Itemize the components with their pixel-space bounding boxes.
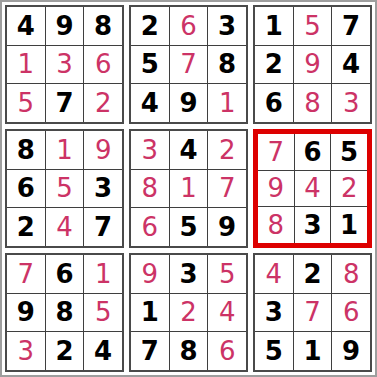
cell-digit: 8 — [218, 51, 236, 77]
sudoku-cell-r3c8[interactable]: 8 — [294, 84, 332, 122]
sudoku-cell-r4c4[interactable]: 3 — [131, 131, 169, 169]
sudoku-cell-r9c2[interactable]: 2 — [46, 332, 84, 370]
sudoku-box-r2c1: 935124786 — [129, 253, 248, 372]
cell-digit: 7 — [342, 13, 360, 39]
sudoku-cell-r8c9[interactable]: 6 — [332, 294, 370, 332]
sudoku-cell-r8c5[interactable]: 2 — [170, 294, 208, 332]
sudoku-cell-r7c5[interactable]: 3 — [170, 255, 208, 293]
cell-digit: 2 — [55, 338, 73, 364]
cell-digit: 8 — [55, 299, 73, 325]
sudoku-cell-r1c3[interactable]: 8 — [84, 7, 122, 45]
cell-digit: 4 — [56, 214, 73, 240]
sudoku-cell-r1c4[interactable]: 2 — [131, 7, 169, 45]
sudoku-cell-r2c6[interactable]: 8 — [208, 46, 246, 84]
sudoku-cell-r5c7[interactable]: 9 — [258, 171, 294, 207]
cell-digit: 7 — [304, 299, 321, 325]
sudoku-cell-r5c9[interactable]: 2 — [331, 171, 367, 207]
sudoku-cell-r3c3[interactable]: 2 — [84, 84, 122, 122]
cell-digit: 2 — [17, 214, 35, 240]
cell-digit: 3 — [343, 90, 360, 116]
sudoku-cell-r8c3[interactable]: 5 — [84, 294, 122, 332]
sudoku-cell-r9c3[interactable]: 4 — [84, 332, 122, 370]
sudoku-cell-r5c8[interactable]: 4 — [295, 171, 331, 207]
cell-digit: 5 — [265, 338, 283, 364]
sudoku-cell-r8c7[interactable]: 3 — [255, 294, 293, 332]
sudoku-cell-r3c4[interactable]: 4 — [131, 84, 169, 122]
sudoku-cell-r2c3[interactable]: 6 — [84, 46, 122, 84]
cell-digit: 6 — [303, 139, 321, 165]
sudoku-cell-r5c5[interactable]: 1 — [170, 170, 208, 208]
cell-digit: 2 — [141, 13, 159, 39]
cell-digit: 8 — [17, 137, 35, 163]
cell-digit: 6 — [17, 175, 35, 201]
cell-digit: 1 — [18, 51, 35, 77]
cell-digit: 8 — [142, 175, 159, 201]
cell-digit: 9 — [268, 175, 285, 201]
cell-digit: 6 — [55, 261, 73, 287]
cell-digit: 2 — [180, 299, 197, 325]
cell-digit: 5 — [340, 139, 358, 165]
sudoku-box-r1c0: 819653247 — [5, 129, 124, 248]
cell-digit: 5 — [179, 214, 197, 240]
cell-digit: 1 — [180, 175, 197, 201]
cell-digit: 2 — [95, 90, 112, 116]
cell-digit: 4 — [219, 299, 236, 325]
sudoku-cell-r7c7[interactable]: 4 — [255, 255, 293, 293]
sudoku-cell-r6c4[interactable]: 6 — [131, 208, 169, 246]
cell-digit: 4 — [266, 261, 283, 287]
cell-digit: 3 — [142, 137, 159, 163]
cell-digit: 2 — [219, 137, 236, 163]
cell-digit: 7 — [219, 175, 236, 201]
sudoku-cell-r6c1[interactable]: 2 — [7, 208, 45, 246]
sudoku-cell-r7c2[interactable]: 6 — [46, 255, 84, 293]
cell-digit: 6 — [265, 90, 283, 116]
cell-digit: 4 — [179, 137, 197, 163]
cell-digit: 7 — [268, 139, 285, 165]
cell-digit: 8 — [94, 13, 112, 39]
sudoku-cell-r1c8[interactable]: 5 — [294, 7, 332, 45]
sudoku-cell-r6c5[interactable]: 5 — [170, 208, 208, 246]
sudoku-cell-r4c3[interactable]: 9 — [84, 131, 122, 169]
sudoku-box-r2c0: 761985324 — [5, 253, 124, 372]
sudoku-cell-r5c4[interactable]: 8 — [131, 170, 169, 208]
sudoku-cell-r5c6[interactable]: 7 — [208, 170, 246, 208]
cell-digit: 9 — [179, 90, 197, 116]
sudoku-cell-r3c6[interactable]: 1 — [208, 84, 246, 122]
sudoku-cell-r6c7[interactable]: 8 — [258, 207, 294, 243]
sudoku-cell-r7c1[interactable]: 7 — [7, 255, 45, 293]
cell-digit: 2 — [265, 51, 283, 77]
cell-digit: 1 — [56, 137, 73, 163]
sudoku-cell-r3c9[interactable]: 3 — [332, 84, 370, 122]
cell-digit: 6 — [142, 214, 159, 240]
cell-digit: 3 — [56, 51, 73, 77]
sudoku-cell-r6c3[interactable]: 7 — [84, 208, 122, 246]
sudoku-cell-r6c2[interactable]: 4 — [46, 208, 84, 246]
cell-digit: 6 — [180, 13, 197, 39]
sudoku-cell-r9c8[interactable]: 1 — [294, 332, 332, 370]
sudoku-cell-r4c2[interactable]: 1 — [46, 131, 84, 169]
cell-digit: 5 — [304, 13, 321, 39]
sudoku-cell-r7c6[interactable]: 5 — [208, 255, 246, 293]
sudoku-cell-r4c5[interactable]: 4 — [170, 131, 208, 169]
sudoku-cell-r8c2[interactable]: 8 — [46, 294, 84, 332]
sudoku-cell-r9c4[interactable]: 7 — [131, 332, 169, 370]
sudoku-cell-r6c9[interactable]: 1 — [331, 207, 367, 243]
cell-digit: 4 — [342, 51, 360, 77]
cell-digit: 3 — [265, 299, 283, 325]
cell-digit: 1 — [340, 212, 358, 238]
sudoku-box-r0c0: 498136572 — [5, 5, 124, 124]
sudoku-cell-r3c7[interactable]: 6 — [255, 84, 293, 122]
cell-digit: 5 — [141, 51, 159, 77]
cell-digit: 6 — [219, 338, 236, 364]
cell-digit: 5 — [219, 261, 236, 287]
sudoku-cell-r1c7[interactable]: 1 — [255, 7, 293, 45]
cell-digit: 5 — [56, 175, 73, 201]
sudoku-box-r0c1: 263578491 — [129, 5, 248, 124]
cell-digit: 7 — [141, 338, 159, 364]
sudoku-cell-r1c6[interactable]: 3 — [208, 7, 246, 45]
sudoku-cell-r4c9[interactable]: 5 — [331, 134, 367, 170]
sudoku-cell-r3c5[interactable]: 9 — [170, 84, 208, 122]
sudoku-cell-r8c1[interactable]: 9 — [7, 294, 45, 332]
sudoku-cell-r8c4[interactable]: 1 — [131, 294, 169, 332]
sudoku-cell-r6c6[interactable]: 9 — [208, 208, 246, 246]
sudoku-cell-r7c9[interactable]: 8 — [332, 255, 370, 293]
sudoku-cell-r3c1[interactable]: 5 — [7, 84, 45, 122]
sudoku-cell-r3c2[interactable]: 7 — [46, 84, 84, 122]
sudoku-cell-r5c3[interactable]: 3 — [84, 170, 122, 208]
sudoku-cell-r9c1[interactable]: 3 — [7, 332, 45, 370]
sudoku-cell-r2c1[interactable]: 1 — [7, 46, 45, 84]
cell-digit: 5 — [95, 299, 112, 325]
cell-digit: 9 — [17, 299, 35, 325]
cell-digit: 1 — [303, 338, 321, 364]
cell-digit: 5 — [18, 90, 35, 116]
sudoku-cell-r5c1[interactable]: 6 — [7, 170, 45, 208]
cell-digit: 9 — [55, 13, 73, 39]
cell-digit: 9 — [142, 261, 159, 287]
cell-digit: 7 — [180, 51, 197, 77]
sudoku-box-r0c2: 157294683 — [253, 5, 372, 124]
cell-digit: 3 — [94, 175, 112, 201]
sudoku-cell-r7c8[interactable]: 2 — [294, 255, 332, 293]
cell-digit: 3 — [18, 338, 35, 364]
cell-digit: 2 — [303, 261, 321, 287]
sudoku-cell-r4c7[interactable]: 7 — [258, 134, 294, 170]
cell-digit: 4 — [94, 338, 112, 364]
sudoku-cell-r1c2[interactable]: 9 — [46, 7, 84, 45]
cell-digit: 9 — [95, 137, 112, 163]
sudoku-cell-r2c9[interactable]: 4 — [332, 46, 370, 84]
cell-digit: 1 — [141, 299, 159, 325]
cell-digit: 4 — [141, 90, 159, 116]
cell-digit: 3 — [218, 13, 236, 39]
cell-digit: 2 — [341, 175, 358, 201]
sudoku-cell-r9c5[interactable]: 8 — [170, 332, 208, 370]
cell-digit: 8 — [304, 90, 321, 116]
sudoku-cell-r2c5[interactable]: 7 — [170, 46, 208, 84]
sudoku-cell-r4c1[interactable]: 8 — [7, 131, 45, 169]
sudoku-cell-r7c3[interactable]: 1 — [84, 255, 122, 293]
cell-digit: 8 — [343, 261, 360, 287]
sudoku-cell-r2c4[interactable]: 5 — [131, 46, 169, 84]
sudoku-cell-r9c7[interactable]: 5 — [255, 332, 293, 370]
sudoku-cell-r2c2[interactable]: 3 — [46, 46, 84, 84]
cell-digit: 4 — [304, 175, 321, 201]
cell-digit: 9 — [342, 338, 360, 364]
cell-digit: 1 — [265, 13, 283, 39]
cell-digit: 7 — [55, 90, 73, 116]
sudoku-cell-r4c6[interactable]: 2 — [208, 131, 246, 169]
sudoku-cell-r4c8[interactable]: 6 — [295, 134, 331, 170]
cell-digit: 6 — [343, 299, 360, 325]
cell-digit: 7 — [94, 214, 112, 240]
sudoku-box-highlighted: 765942831 — [253, 129, 372, 248]
sudoku-cell-r1c5[interactable]: 6 — [170, 7, 208, 45]
sudoku-board: 4981365722635784911572946838196532473428… — [0, 0, 377, 377]
cell-digit: 4 — [17, 13, 35, 39]
sudoku-cell-r1c9[interactable]: 7 — [332, 7, 370, 45]
cell-digit: 1 — [219, 90, 236, 116]
sudoku-cell-r5c2[interactable]: 5 — [46, 170, 84, 208]
sudoku-cell-r6c8[interactable]: 3 — [295, 207, 331, 243]
sudoku-cell-r1c1[interactable]: 4 — [7, 7, 45, 45]
sudoku-box-r1c1: 342817659 — [129, 129, 248, 248]
cell-digit: 8 — [268, 212, 285, 238]
cell-digit: 3 — [303, 212, 321, 238]
cell-digit: 9 — [218, 214, 236, 240]
sudoku-cell-r9c9[interactable]: 9 — [332, 332, 370, 370]
cell-digit: 1 — [95, 261, 112, 287]
sudoku-cell-r2c7[interactable]: 2 — [255, 46, 293, 84]
sudoku-cell-r7c4[interactable]: 9 — [131, 255, 169, 293]
sudoku-box-r2c2: 428376519 — [253, 253, 372, 372]
cell-digit: 9 — [304, 51, 321, 77]
sudoku-cell-r8c8[interactable]: 7 — [294, 294, 332, 332]
cell-digit: 3 — [179, 261, 197, 287]
sudoku-cell-r9c6[interactable]: 6 — [208, 332, 246, 370]
cell-digit: 7 — [18, 261, 35, 287]
sudoku-cell-r8c6[interactable]: 4 — [208, 294, 246, 332]
cell-digit: 6 — [95, 51, 112, 77]
cell-digit: 8 — [179, 338, 197, 364]
sudoku-cell-r2c8[interactable]: 9 — [294, 46, 332, 84]
